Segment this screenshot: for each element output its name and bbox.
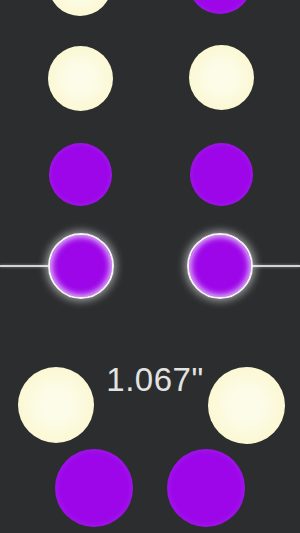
dot-purple-on-line[interactable]: [187, 233, 253, 299]
dot-cream[interactable]: [189, 45, 254, 110]
dot-purple[interactable]: [55, 449, 133, 527]
dot-purple-on-line[interactable]: [48, 233, 114, 299]
reaction-time-label: 1.067": [106, 361, 203, 399]
target-line-segment: [0, 265, 48, 267]
dot-cream[interactable]: [48, 0, 112, 16]
dot-cream[interactable]: [48, 46, 113, 111]
dot-purple[interactable]: [190, 143, 253, 206]
target-line-segment: [252, 265, 300, 267]
dot-cream[interactable]: [208, 367, 285, 444]
game-board: 1.067": [0, 0, 300, 533]
dot-cream[interactable]: [18, 367, 94, 443]
dot-purple[interactable]: [167, 449, 245, 527]
dot-purple[interactable]: [49, 143, 112, 206]
dot-purple[interactable]: [188, 0, 252, 14]
